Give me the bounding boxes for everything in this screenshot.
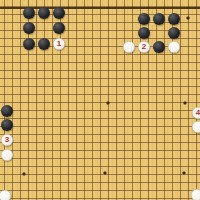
stone-black[interactable] [153,41,165,53]
stone-white[interactable] [168,41,180,53]
stone-black[interactable] [138,27,150,39]
star-point [23,173,26,176]
stone-white-move-1[interactable]: 1 [53,38,65,50]
stone-white[interactable] [1,149,13,161]
move-number-label: 1 [53,38,65,50]
stone-black[interactable] [23,7,35,19]
stone-white-move-3[interactable]: 3 [1,134,13,146]
stone-black[interactable] [1,119,13,131]
stone-black[interactable] [23,22,35,34]
go-board[interactable]: 1234 [0,0,200,200]
stone-black[interactable] [53,22,65,34]
star-point [107,102,110,105]
stone-black[interactable] [168,13,180,25]
move-number-label: 2 [138,41,150,53]
stone-white[interactable] [191,189,200,200]
star-point [104,172,107,175]
stone-white-move-4[interactable]: 4 [192,107,200,119]
stone-white[interactable] [123,41,135,53]
stone-white[interactable] [192,121,200,133]
stone-white[interactable] [0,190,11,200]
stone-black[interactable] [1,105,13,117]
stone-black[interactable] [153,13,165,25]
move-number-label: 3 [1,134,13,146]
stone-white-move-2[interactable]: 2 [138,41,150,53]
star-point [187,17,190,20]
star-point [183,172,186,175]
stone-black[interactable] [38,38,50,50]
stone-black[interactable] [38,7,50,19]
stone-black[interactable] [23,38,35,50]
stone-black[interactable] [168,27,180,39]
move-number-label: 4 [192,107,200,119]
stone-black[interactable] [53,7,65,19]
star-point [184,102,187,105]
stone-black[interactable] [138,13,150,25]
